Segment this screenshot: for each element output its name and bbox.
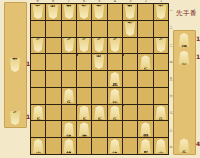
square-39	[123, 138, 137, 154]
sente-歩-piece: 歩兵	[78, 106, 90, 120]
square-19: 香車	[154, 138, 168, 154]
file-label-8: 8	[45, 0, 60, 3]
square-62	[77, 21, 91, 37]
gote-香-piece: 香車	[155, 5, 167, 19]
rank-label-五: 五	[170, 71, 173, 88]
square-98	[31, 121, 45, 137]
sente-玉-piece: 玉将	[78, 122, 90, 136]
square-28: 飛車	[138, 121, 152, 137]
square-64	[77, 54, 91, 70]
square-92	[31, 21, 45, 37]
gote-銀-piece: 銀将	[124, 5, 136, 19]
square-54: 桂馬	[92, 54, 106, 70]
rank-labels: 一二三四五六七八九	[170, 3, 173, 155]
square-96	[31, 88, 45, 104]
gote-hand-count-銀: 1	[26, 60, 30, 67]
gote-hand-count-歩: 1	[26, 113, 30, 120]
square-63: 歩兵	[77, 38, 91, 54]
square-77	[62, 105, 76, 121]
square-65	[77, 71, 91, 87]
square-47: 歩兵	[108, 105, 122, 121]
square-14	[154, 54, 168, 70]
shogi-diagram: 銀将歩兵 香車桂馬銀将金将王将銀将香車金将歩兵歩兵歩兵歩兵歩兵歩兵桂馬歩兵桂馬歩…	[0, 0, 200, 158]
rank-label-六: 六	[170, 87, 173, 104]
sente-桂-piece: 桂馬	[109, 72, 121, 86]
square-55	[92, 71, 106, 87]
square-82	[46, 21, 60, 37]
square-21	[138, 4, 152, 20]
file-labels: 987654321	[30, 0, 169, 3]
square-94	[31, 54, 45, 70]
rank-label-三: 三	[170, 37, 173, 54]
gote-歩-piece: 歩兵	[9, 111, 21, 125]
square-73: 歩兵	[62, 38, 76, 54]
sente-角-piece: 角行	[109, 89, 121, 103]
square-45: 桂馬	[108, 71, 122, 87]
square-12	[154, 21, 168, 37]
square-16	[154, 88, 168, 104]
turn-indicator: 先手番	[176, 9, 197, 18]
gote-銀-piece: 銀将	[9, 58, 21, 72]
square-71: 銀将	[62, 4, 76, 20]
sente-歩-piece: 歩兵	[63, 89, 75, 103]
star-point	[76, 54, 78, 56]
rank-label-二: 二	[170, 20, 173, 37]
square-11: 香車	[154, 4, 168, 20]
gote-王-piece: 王将	[93, 5, 105, 19]
square-18	[154, 121, 168, 137]
square-57: 歩兵	[92, 105, 106, 121]
star-point	[122, 54, 124, 56]
sente-角-piece: 角行	[178, 51, 190, 65]
sente-歩-piece: 歩兵	[32, 106, 44, 120]
file-label-9: 9	[30, 0, 45, 3]
gote-歩-piece: 歩兵	[32, 38, 44, 52]
square-36	[123, 88, 137, 104]
gote-銀-piece: 銀将	[63, 5, 75, 19]
square-99: 香車	[31, 138, 45, 154]
square-67: 歩兵	[77, 105, 91, 121]
file-label-2: 2	[138, 0, 153, 3]
sente-hand-count-歩: 4	[196, 140, 200, 147]
gote-桂-piece: 桂馬	[47, 5, 59, 19]
square-32: 金将	[123, 21, 137, 37]
square-61: 金将	[77, 4, 91, 20]
square-53: 歩兵	[92, 38, 106, 54]
square-69	[77, 138, 91, 154]
square-43: 歩兵	[108, 38, 122, 54]
sente-金-piece: 金将	[63, 122, 75, 136]
square-81: 桂馬	[46, 4, 60, 20]
square-51: 王将	[92, 4, 106, 20]
square-41	[108, 4, 122, 20]
square-87	[46, 105, 60, 121]
file-label-6: 6	[76, 0, 91, 3]
sente-歩-piece: 歩兵	[139, 55, 151, 69]
square-56	[92, 88, 106, 104]
square-95	[31, 71, 45, 87]
gote-桂-piece: 桂馬	[93, 55, 105, 69]
square-29: 桂馬	[138, 138, 152, 154]
gote-hand-stand: 銀将歩兵	[4, 2, 27, 128]
square-31: 銀将	[123, 4, 137, 20]
file-label-5: 5	[92, 0, 107, 3]
square-93: 歩兵	[31, 38, 45, 54]
gote-歩-piece: 歩兵	[63, 38, 75, 52]
square-88	[46, 121, 60, 137]
star-point	[76, 104, 78, 106]
square-79: 銀将	[62, 138, 76, 154]
board-grid: 香車桂馬銀将金将王将銀将香車金将歩兵歩兵歩兵歩兵歩兵歩兵桂馬歩兵桂馬歩兵角行歩兵…	[31, 4, 168, 154]
square-25	[138, 71, 152, 87]
square-17: 歩兵	[154, 105, 168, 121]
square-72	[62, 21, 76, 37]
square-97: 歩兵	[31, 105, 45, 121]
square-84	[46, 54, 60, 70]
square-68: 玉将	[77, 121, 91, 137]
square-89	[46, 138, 60, 154]
file-label-7: 7	[61, 0, 76, 3]
sente-飛-piece: 飛車	[139, 122, 151, 136]
rank-label-一: 一	[170, 3, 173, 20]
square-59	[92, 138, 106, 154]
rank-label-九: 九	[170, 138, 173, 155]
gote-金-piece: 金将	[124, 22, 136, 36]
square-52	[92, 21, 106, 37]
square-83	[46, 38, 60, 54]
sente-香-piece: 香車	[155, 139, 167, 153]
sente-歩-piece: 歩兵	[178, 138, 190, 152]
square-48	[108, 121, 122, 137]
sente-hand-count-角: 1	[196, 53, 200, 60]
sente-香-piece: 香車	[32, 139, 44, 153]
square-15	[154, 71, 168, 87]
square-74	[62, 54, 76, 70]
square-27	[138, 105, 152, 121]
sente-飛-piece: 飛車	[178, 33, 190, 47]
square-34	[123, 54, 137, 70]
sente-歩-piece: 歩兵	[93, 106, 105, 120]
square-23	[138, 38, 152, 54]
square-26	[138, 88, 152, 104]
square-86	[46, 88, 60, 104]
square-44	[108, 54, 122, 70]
square-22	[138, 21, 152, 37]
square-78: 金将	[62, 121, 76, 137]
gote-歩-piece: 歩兵	[109, 38, 121, 52]
square-33	[123, 38, 137, 54]
square-35	[123, 71, 137, 87]
square-24: 歩兵	[138, 54, 152, 70]
square-58	[92, 121, 106, 137]
square-46: 角行	[108, 88, 122, 104]
square-38	[123, 121, 137, 137]
square-91: 香車	[31, 4, 45, 20]
square-75	[62, 71, 76, 87]
shogi-board: 香車桂馬銀将金将王将銀将香車金将歩兵歩兵歩兵歩兵歩兵歩兵桂馬歩兵桂馬歩兵角行歩兵…	[30, 3, 169, 155]
sente-歩-piece: 歩兵	[109, 106, 121, 120]
square-66	[77, 88, 91, 104]
square-76: 歩兵	[62, 88, 76, 104]
rank-label-四: 四	[170, 54, 173, 71]
sente-歩-piece: 歩兵	[155, 106, 167, 120]
star-point	[122, 104, 124, 106]
square-13: 歩兵	[154, 38, 168, 54]
square-42	[108, 21, 122, 37]
gote-歩-piece: 歩兵	[93, 38, 105, 52]
gote-香-piece: 香車	[32, 5, 44, 19]
sente-hand-count-飛: 1	[196, 35, 200, 42]
file-label-3: 3	[123, 0, 138, 3]
sente-銀-piece: 銀将	[63, 139, 75, 153]
gote-歩-piece: 歩兵	[155, 38, 167, 52]
file-label-4: 4	[107, 0, 122, 3]
square-49: 金将	[108, 138, 122, 154]
sente-hand-stand: 飛車角行歩兵	[173, 30, 196, 155]
sente-桂-piece: 桂馬	[139, 139, 151, 153]
sente-金-piece: 金将	[109, 139, 121, 153]
gote-金-piece: 金将	[78, 5, 90, 19]
gote-歩-piece: 歩兵	[78, 38, 90, 52]
square-85	[46, 71, 60, 87]
rank-label-八: 八	[170, 121, 173, 138]
square-37	[123, 105, 137, 121]
rank-label-七: 七	[170, 104, 173, 121]
file-label-1: 1	[154, 0, 169, 3]
